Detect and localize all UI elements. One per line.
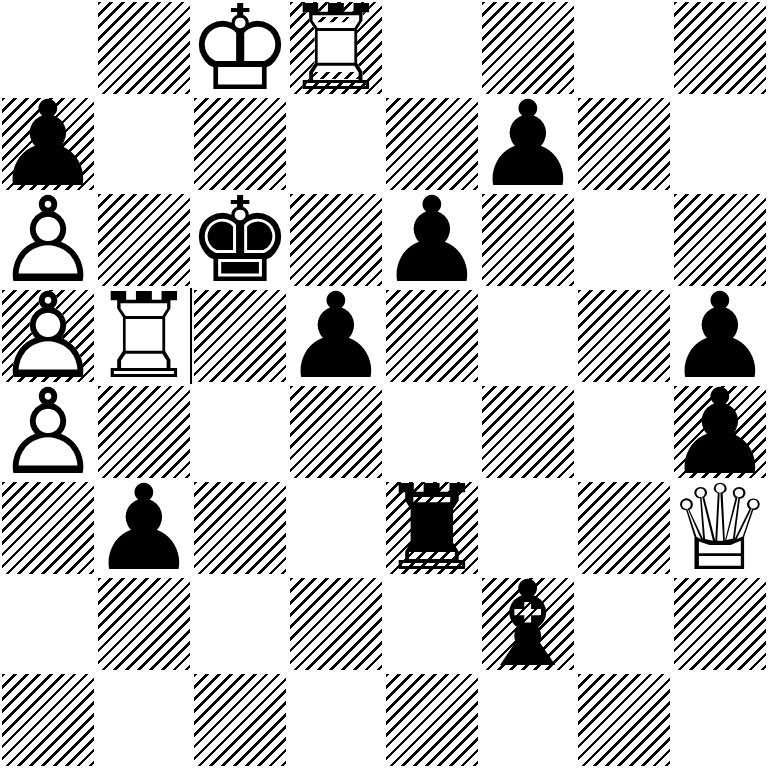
square-c6[interactable]: ♚ — [192, 192, 288, 288]
square-h8[interactable] — [672, 0, 768, 96]
black-king[interactable]: ♚ — [187, 192, 293, 288]
white-rook-outline: ♖ — [91, 288, 197, 384]
square-a4[interactable]: ♟♙ — [0, 384, 96, 480]
square-f4[interactable] — [480, 384, 576, 480]
square-h3[interactable]: ♛♕ — [672, 480, 768, 576]
square-a1[interactable] — [0, 672, 96, 768]
white-rook[interactable]: ♜♖ — [283, 0, 389, 96]
white-queen[interactable]: ♛♕ — [667, 480, 768, 576]
square-b1[interactable] — [96, 672, 192, 768]
black-rook[interactable]: ♜ — [379, 480, 485, 576]
square-b5[interactable]: ♜♖ — [96, 288, 192, 384]
square-c3[interactable] — [192, 480, 288, 576]
square-d1[interactable] — [288, 672, 384, 768]
square-d2[interactable] — [288, 576, 384, 672]
black-pawn[interactable]: ♟ — [475, 96, 581, 192]
square-a2[interactable] — [0, 576, 96, 672]
square-b3[interactable]: ♟ — [96, 480, 192, 576]
square-g5[interactable] — [576, 288, 672, 384]
square-b7[interactable] — [96, 96, 192, 192]
square-d5[interactable]: ♟ — [288, 288, 384, 384]
square-g4[interactable] — [576, 384, 672, 480]
square-e8[interactable] — [384, 0, 480, 96]
white-rook[interactable]: ♜♖ — [91, 288, 197, 384]
square-g8[interactable] — [576, 0, 672, 96]
square-c8[interactable]: ♚♔ — [192, 0, 288, 96]
black-pawn[interactable]: ♟ — [91, 480, 197, 576]
black-bishop[interactable]: ♝ — [475, 576, 581, 672]
square-h1[interactable] — [672, 672, 768, 768]
square-c4[interactable] — [192, 384, 288, 480]
black-pawn[interactable]: ♟ — [283, 288, 389, 384]
square-d8[interactable]: ♜♖ — [288, 0, 384, 96]
square-g7[interactable] — [576, 96, 672, 192]
white-pawn-outline: ♙ — [0, 384, 101, 480]
square-g1[interactable] — [576, 672, 672, 768]
square-f7[interactable]: ♟ — [480, 96, 576, 192]
white-king[interactable]: ♚♔ — [187, 0, 293, 96]
square-f2[interactable]: ♝ — [480, 576, 576, 672]
square-g6[interactable] — [576, 192, 672, 288]
white-pawn[interactable]: ♟♙ — [0, 384, 101, 480]
square-b8[interactable] — [96, 0, 192, 96]
square-e6[interactable]: ♟ — [384, 192, 480, 288]
white-king-outline: ♔ — [187, 0, 293, 96]
square-f5[interactable] — [480, 288, 576, 384]
white-rook-outline: ♖ — [283, 0, 389, 96]
square-c1[interactable] — [192, 672, 288, 768]
square-g2[interactable] — [576, 576, 672, 672]
white-queen-outline: ♕ — [667, 480, 768, 576]
square-g3[interactable] — [576, 480, 672, 576]
square-c2[interactable] — [192, 576, 288, 672]
square-e1[interactable] — [384, 672, 480, 768]
black-pawn[interactable]: ♟ — [379, 192, 485, 288]
square-h7[interactable] — [672, 96, 768, 192]
square-d3[interactable] — [288, 480, 384, 576]
chess-board: ♚♔♜♖♟♟♟♙♚♟♟♙♜♖♟♟♟♙♟♟♜♛♕♝ — [0, 0, 768, 768]
square-e3[interactable]: ♜ — [384, 480, 480, 576]
